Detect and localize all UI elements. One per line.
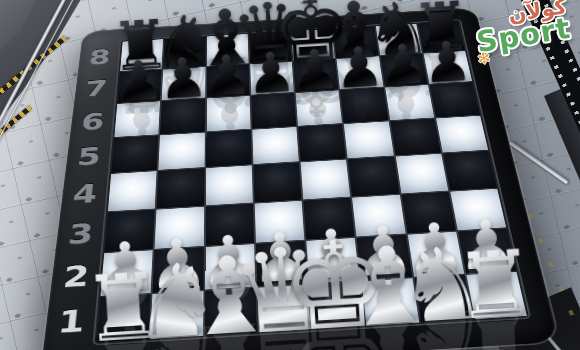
piece-black-pawn-h7[interactable]: ♟ (421, 34, 474, 92)
star-icon: ✻ (476, 49, 491, 69)
chess-game-screen: 87654321 ♜♜♞♞♝♝♛♛♚♚♝♝♞♞♜♜♟♟♟♟♟♟♟♟♟♟♟♟♟♟♟… (0, 0, 580, 350)
piece-white-rook-h1[interactable]: ♜ (452, 237, 539, 333)
